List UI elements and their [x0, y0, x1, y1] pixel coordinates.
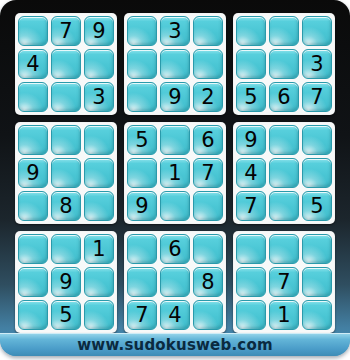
sudoku-cell-r6c7[interactable]: 7 [236, 191, 266, 221]
sudoku-cell-r5c4[interactable] [127, 158, 157, 188]
sudoku-cell-r1c5[interactable]: 3 [160, 16, 190, 46]
sudoku-cell-r1c9[interactable] [302, 16, 332, 46]
sudoku-cell-r9c9[interactable] [302, 300, 332, 330]
sudoku-cell-r9c8[interactable]: 1 [269, 300, 299, 330]
sudoku-cell-r8c6[interactable]: 8 [193, 267, 223, 297]
sudoku-cell-r6c9[interactable]: 5 [302, 191, 332, 221]
sudoku-cell-r1c7[interactable] [236, 16, 266, 46]
sudoku-cell-r1c2[interactable]: 7 [51, 16, 81, 46]
site-url-link[interactable]: www.sudokusweb.com [77, 336, 272, 354]
sudoku-cell-r3c5[interactable]: 9 [160, 82, 190, 112]
sudoku-cell-r3c8[interactable]: 6 [269, 82, 299, 112]
sudoku-cell-r2c5[interactable] [160, 49, 190, 79]
sudoku-cell-r3c7[interactable]: 5 [236, 82, 266, 112]
sudoku-cell-r7c2[interactable] [51, 234, 81, 264]
sudoku-cell-r5c6[interactable]: 7 [193, 158, 223, 188]
sudoku-cell-r5c8[interactable] [269, 158, 299, 188]
sudoku-cell-r5c3[interactable] [84, 158, 114, 188]
sudoku-cell-r6c2[interactable]: 8 [51, 191, 81, 221]
sudoku-cell-r7c9[interactable] [302, 234, 332, 264]
sudoku-cell-r9c5[interactable]: 4 [160, 300, 190, 330]
sudoku-cell-r6c3[interactable] [84, 191, 114, 221]
sudoku-box-02: 3567 [233, 13, 335, 115]
sudoku-cell-r3c4[interactable] [127, 82, 157, 112]
sudoku-cell-r3c1[interactable] [18, 82, 48, 112]
sudoku-cell-r7c6[interactable] [193, 234, 223, 264]
sudoku-cell-r6c5[interactable] [160, 191, 190, 221]
sudoku-cell-r7c5[interactable]: 6 [160, 234, 190, 264]
sudoku-cell-r1c6[interactable] [193, 16, 223, 46]
sudoku-cell-r7c1[interactable] [18, 234, 48, 264]
sudoku-cell-r1c4[interactable] [127, 16, 157, 46]
sudoku-cell-r4c6[interactable]: 6 [193, 125, 223, 155]
sudoku-cell-r1c8[interactable] [269, 16, 299, 46]
sudoku-cell-r4c9[interactable] [302, 125, 332, 155]
sudoku-cell-r9c4[interactable]: 7 [127, 300, 157, 330]
sudoku-cell-r4c5[interactable] [160, 125, 190, 155]
sudoku-cell-r9c7[interactable] [236, 300, 266, 330]
sudoku-cell-r8c7[interactable] [236, 267, 266, 297]
sudoku-cell-r4c4[interactable]: 5 [127, 125, 157, 155]
footer-bar: www.sudokusweb.com [0, 333, 350, 356]
sudoku-cell-r8c5[interactable] [160, 267, 190, 297]
sudoku-box-00: 7943 [15, 13, 117, 115]
sudoku-cell-r3c3[interactable]: 3 [84, 82, 114, 112]
sudoku-box-20: 195 [15, 231, 117, 333]
sudoku-cell-r8c2[interactable]: 9 [51, 267, 81, 297]
sudoku-cell-r6c8[interactable] [269, 191, 299, 221]
sudoku-cell-r2c1[interactable]: 4 [18, 49, 48, 79]
sudoku-cell-r2c4[interactable] [127, 49, 157, 79]
sudoku-cell-r1c3[interactable]: 9 [84, 16, 114, 46]
sudoku-cell-r8c1[interactable] [18, 267, 48, 297]
sudoku-box-22: 71 [233, 231, 335, 333]
sudoku-cell-r5c5[interactable]: 1 [160, 158, 190, 188]
sudoku-board: 7943392356798561799475195687471 [15, 13, 335, 333]
sudoku-cell-r5c9[interactable] [302, 158, 332, 188]
sudoku-cell-r4c8[interactable] [269, 125, 299, 155]
sudoku-cell-r2c3[interactable] [84, 49, 114, 79]
sudoku-box-21: 6874 [124, 231, 226, 333]
sudoku-widget: 7943392356798561799475195687471 www.sudo… [0, 0, 350, 356]
sudoku-cell-r2c6[interactable] [193, 49, 223, 79]
sudoku-cell-r4c2[interactable] [51, 125, 81, 155]
sudoku-box-11: 56179 [124, 122, 226, 224]
sudoku-cell-r9c2[interactable]: 5 [51, 300, 81, 330]
sudoku-cell-r3c6[interactable]: 2 [193, 82, 223, 112]
sudoku-cell-r3c9[interactable]: 7 [302, 82, 332, 112]
sudoku-cell-r9c3[interactable] [84, 300, 114, 330]
sudoku-cell-r8c8[interactable]: 7 [269, 267, 299, 297]
sudoku-cell-r6c6[interactable] [193, 191, 223, 221]
sudoku-box-12: 9475 [233, 122, 335, 224]
sudoku-cell-r3c2[interactable] [51, 82, 81, 112]
sudoku-cell-r8c9[interactable] [302, 267, 332, 297]
sudoku-cell-r1c1[interactable] [18, 16, 48, 46]
sudoku-cell-r8c4[interactable] [127, 267, 157, 297]
sudoku-cell-r7c8[interactable] [269, 234, 299, 264]
sudoku-cell-r2c7[interactable] [236, 49, 266, 79]
sudoku-cell-r5c7[interactable]: 4 [236, 158, 266, 188]
sudoku-cell-r2c8[interactable] [269, 49, 299, 79]
sudoku-box-10: 98 [15, 122, 117, 224]
sudoku-cell-r7c7[interactable] [236, 234, 266, 264]
sudoku-cell-r9c6[interactable] [193, 300, 223, 330]
sudoku-cell-r6c1[interactable] [18, 191, 48, 221]
sudoku-box-01: 392 [124, 13, 226, 115]
sudoku-cell-r7c4[interactable] [127, 234, 157, 264]
sudoku-cell-r6c4[interactable]: 9 [127, 191, 157, 221]
sudoku-cell-r2c9[interactable]: 3 [302, 49, 332, 79]
sudoku-cell-r8c3[interactable] [84, 267, 114, 297]
sudoku-cell-r2c2[interactable] [51, 49, 81, 79]
sudoku-cell-r9c1[interactable] [18, 300, 48, 330]
sudoku-cell-r7c3[interactable]: 1 [84, 234, 114, 264]
sudoku-cell-r4c3[interactable] [84, 125, 114, 155]
sudoku-cell-r5c1[interactable]: 9 [18, 158, 48, 188]
sudoku-cell-r5c2[interactable] [51, 158, 81, 188]
sudoku-cell-r4c7[interactable]: 9 [236, 125, 266, 155]
sudoku-cell-r4c1[interactable] [18, 125, 48, 155]
